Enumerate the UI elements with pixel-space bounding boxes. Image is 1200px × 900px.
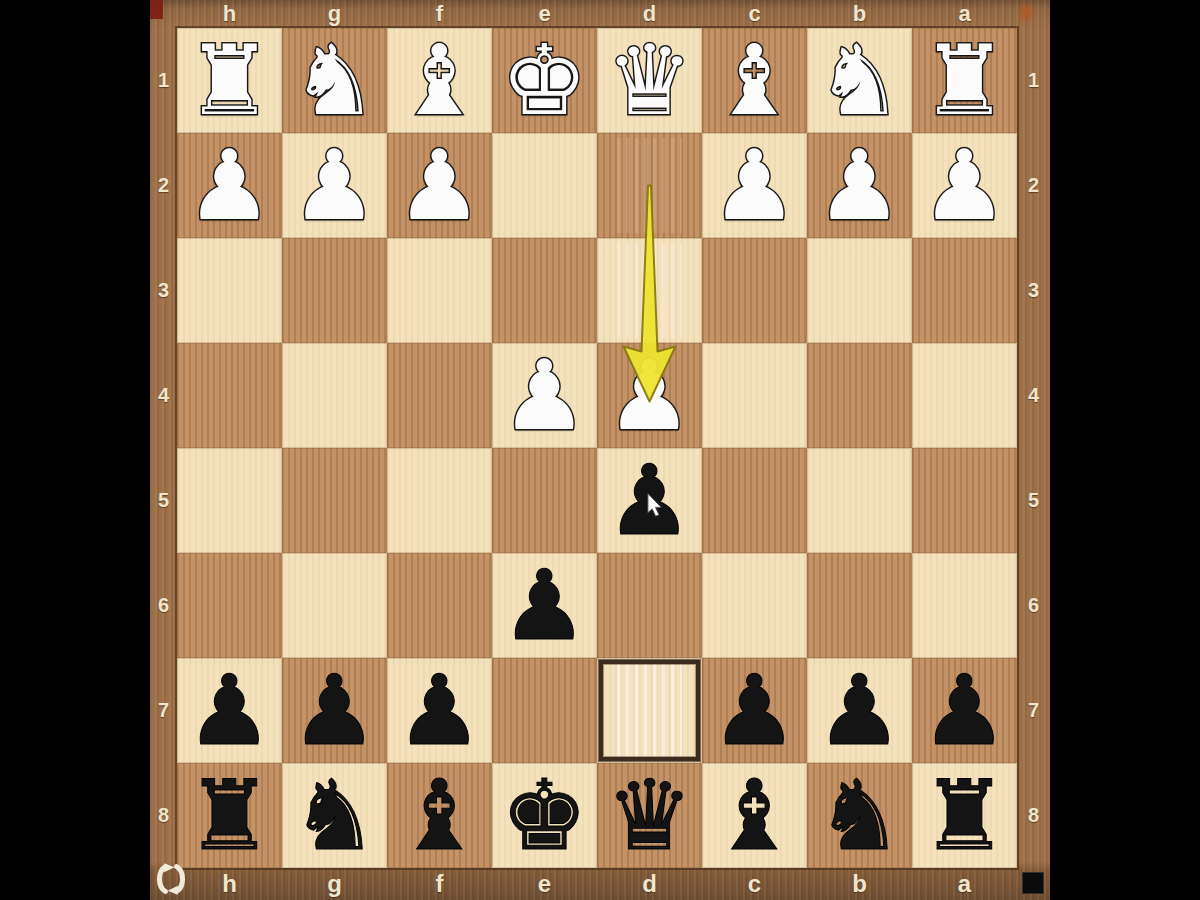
square-a3[interactable] [912,238,1017,343]
square-b5[interactable] [807,448,912,553]
chess-board[interactable]: ♜♞♝♚♛♝♞♜♟♟♟♟♟♟♟♟♟♟♟♟♟♟♟♟♜♞♝♚♛♝♞♜ [177,28,1017,868]
piece-white-pawn-c2[interactable]: ♟ [711,133,798,238]
piece-white-bishop-f1[interactable]: ♝ [396,28,483,133]
rank-labels-right: 12345678 [1017,28,1050,868]
file-labels-top: hgfedcba [177,0,1017,27]
square-a1[interactable]: ♜ [912,28,1017,133]
square-a2[interactable]: ♟ [912,133,1017,238]
piece-white-pawn-f2[interactable]: ♟ [396,133,483,238]
square-d2[interactable] [597,133,702,238]
piece-black-pawn-g7[interactable]: ♟ [291,658,378,763]
square-d3[interactable] [597,238,702,343]
piece-white-pawn-b2[interactable]: ♟ [816,133,903,238]
square-c7[interactable]: ♟ [702,658,807,763]
ghost-streaks-d3 [617,243,682,338]
rank-labels-left: 12345678 [150,28,177,868]
square-f4[interactable] [387,343,492,448]
ranks-right-5: 5 [1017,448,1050,553]
flip-board-icon[interactable] [153,863,189,895]
files-bottom-b: b [807,868,912,900]
board-frame: hgfedcba hgfedcba 12345678 12345678 ♜♞♝♚… [150,0,1050,900]
files-top-f: f [387,0,492,27]
piece-black-bishop-c8[interactable]: ♝ [711,763,798,868]
files-bottom-a: a [912,868,1017,900]
ghost-streaks-d7 [617,663,682,758]
files-top-d: d [597,0,702,27]
square-g6[interactable] [282,553,387,658]
flip-arrowhead-bottom [168,886,178,895]
piece-white-knight-b1[interactable]: ♞ [816,28,903,133]
ranks-left-4: 4 [150,343,177,448]
square-a7[interactable]: ♟ [912,658,1017,763]
ranks-right-7: 7 [1017,658,1050,763]
piece-black-pawn-d5[interactable]: ♟ [606,448,693,553]
square-a8[interactable]: ♜ [912,763,1017,868]
files-bottom-g: g [282,868,387,900]
piece-white-rook-a1[interactable]: ♜ [921,28,1008,133]
square-d1[interactable]: ♛ [597,28,702,133]
piece-white-king-e1[interactable]: ♚ [501,28,588,133]
stop-square-icon[interactable] [1022,872,1044,894]
ghost-streaks-d2 [617,138,682,233]
files-bottom-f: f [387,868,492,900]
square-g5[interactable] [282,448,387,553]
square-h6[interactable] [177,553,282,658]
files-bottom-h: h [177,868,282,900]
ranks-left-5: 5 [150,448,177,553]
square-h1[interactable]: ♜ [177,28,282,133]
square-c8[interactable]: ♝ [702,763,807,868]
files-bottom-c: c [702,868,807,900]
square-g2[interactable]: ♟ [282,133,387,238]
square-f7[interactable]: ♟ [387,658,492,763]
square-e1[interactable]: ♚ [492,28,597,133]
ranks-right-1: 1 [1017,28,1050,133]
chess-app-screen: hgfedcba hgfedcba 12345678 12345678 ♜♞♝♚… [0,0,1200,900]
square-e7[interactable] [492,658,597,763]
square-h5[interactable] [177,448,282,553]
square-g7[interactable]: ♟ [282,658,387,763]
square-c6[interactable] [702,553,807,658]
square-g4[interactable] [282,343,387,448]
square-g3[interactable] [282,238,387,343]
piece-white-queen-d1[interactable]: ♛ [606,28,693,133]
ranks-right-6: 6 [1017,553,1050,658]
square-c3[interactable] [702,238,807,343]
square-b8[interactable]: ♞ [807,763,912,868]
files-top-h: h [177,0,282,27]
piece-white-knight-g1[interactable]: ♞ [291,28,378,133]
files-top-e: e [492,0,597,27]
square-e4[interactable]: ♟ [492,343,597,448]
ranks-left-3: 3 [150,238,177,343]
red-corner-marker-right [1016,0,1036,25]
files-top-a: a [912,0,1017,27]
piece-white-pawn-d4[interactable]: ♟ [606,343,693,448]
piece-black-rook-h8[interactable]: ♜ [186,763,273,868]
square-f3[interactable] [387,238,492,343]
square-h8[interactable]: ♜ [177,763,282,868]
ranks-right-4: 4 [1017,343,1050,448]
files-bottom-d: d [597,868,702,900]
red-corner-marker-left [150,0,163,19]
square-a5[interactable] [912,448,1017,553]
square-d4[interactable]: ♟ [597,343,702,448]
piece-black-pawn-c7[interactable]: ♟ [711,658,798,763]
square-d7[interactable] [597,658,702,763]
square-e3[interactable] [492,238,597,343]
square-f8[interactable]: ♝ [387,763,492,868]
files-top-b: b [807,0,912,27]
square-d5[interactable]: ♟ [597,448,702,553]
square-e5[interactable] [492,448,597,553]
piece-black-pawn-e6[interactable]: ♟ [501,553,588,658]
square-b2[interactable]: ♟ [807,133,912,238]
files-top-g: g [282,0,387,27]
ranks-right-8: 8 [1017,763,1050,868]
square-c5[interactable] [702,448,807,553]
square-f1[interactable]: ♝ [387,28,492,133]
square-g8[interactable]: ♞ [282,763,387,868]
square-a6[interactable] [912,553,1017,658]
square-d6[interactable] [597,553,702,658]
ranks-left-2: 2 [150,133,177,238]
files-top-c: c [702,0,807,27]
ranks-left-1: 1 [150,28,177,133]
square-b6[interactable] [807,553,912,658]
ranks-right-3: 3 [1017,238,1050,343]
ranks-right-2: 2 [1017,133,1050,238]
piece-white-pawn-h2[interactable]: ♟ [186,133,273,238]
square-d8[interactable]: ♛ [597,763,702,868]
last-move-source-highlight [599,660,700,761]
ranks-left-6: 6 [150,553,177,658]
square-c1[interactable]: ♝ [702,28,807,133]
square-h3[interactable] [177,238,282,343]
piece-white-pawn-e4[interactable]: ♟ [501,343,588,448]
square-g1[interactable]: ♞ [282,28,387,133]
piece-black-knight-b8[interactable]: ♞ [816,763,903,868]
ranks-left-7: 7 [150,658,177,763]
square-e8[interactable]: ♚ [492,763,597,868]
files-bottom-e: e [492,868,597,900]
square-f6[interactable] [387,553,492,658]
square-c4[interactable] [702,343,807,448]
piece-white-rook-h1[interactable]: ♜ [186,28,273,133]
square-e6[interactable]: ♟ [492,553,597,658]
piece-black-pawn-a7[interactable]: ♟ [921,658,1008,763]
square-b4[interactable] [807,343,912,448]
piece-white-bishop-c1[interactable]: ♝ [711,28,798,133]
square-b1[interactable]: ♞ [807,28,912,133]
square-c2[interactable]: ♟ [702,133,807,238]
square-h2[interactable]: ♟ [177,133,282,238]
square-f5[interactable] [387,448,492,553]
square-h7[interactable]: ♟ [177,658,282,763]
ranks-left-8: 8 [150,763,177,868]
piece-black-pawn-f7[interactable]: ♟ [396,658,483,763]
piece-white-pawn-g2[interactable]: ♟ [291,133,378,238]
piece-black-queen-d8[interactable]: ♛ [606,763,693,868]
flip-arrowhead-top [164,863,174,872]
square-f2[interactable]: ♟ [387,133,492,238]
piece-black-rook-a8[interactable]: ♜ [921,763,1008,868]
piece-black-king-e8[interactable]: ♚ [501,763,588,868]
piece-black-bishop-f8[interactable]: ♝ [396,763,483,868]
square-a4[interactable] [912,343,1017,448]
square-e2[interactable] [492,133,597,238]
ghost-streaks-d7 [617,663,682,758]
piece-white-pawn-a2[interactable]: ♟ [921,133,1008,238]
square-b7[interactable]: ♟ [807,658,912,763]
piece-black-pawn-b7[interactable]: ♟ [816,658,903,763]
square-h4[interactable] [177,343,282,448]
square-b3[interactable] [807,238,912,343]
piece-black-knight-g8[interactable]: ♞ [291,763,378,868]
file-labels-bottom: hgfedcba [177,868,1017,900]
piece-black-pawn-h7[interactable]: ♟ [186,658,273,763]
